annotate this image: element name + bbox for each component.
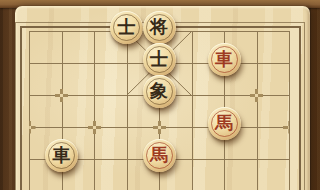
point-marker [153, 121, 166, 134]
grid-cell [29, 31, 62, 63]
black-advisor-piece[interactable]: 士 [110, 11, 143, 44]
point-marker [88, 121, 101, 134]
grid-cell [257, 159, 290, 190]
black-advisor-glyph: 士 [118, 18, 136, 36]
grid-cell [62, 31, 95, 63]
black-chariot-piece[interactable]: 車 [45, 139, 78, 172]
grid-cell [94, 159, 127, 190]
red-horse-piece[interactable]: 馬 [143, 139, 176, 172]
point-marker [250, 89, 263, 102]
red-horse-glyph: 馬 [150, 146, 168, 164]
grid-cell [257, 31, 290, 63]
xiangqi-board: 士将士車象馬車馬 [0, 0, 320, 190]
black-general-piece[interactable]: 将 [143, 11, 176, 44]
black-chariot-glyph: 車 [53, 146, 71, 164]
point-marker [55, 89, 68, 102]
grid-cell [224, 159, 257, 190]
black-advisor-piece[interactable]: 士 [143, 43, 176, 76]
grid-cell [94, 63, 127, 95]
black-elephant-piece[interactable]: 象 [143, 75, 176, 108]
red-chariot-piece[interactable]: 車 [208, 43, 241, 76]
red-chariot-glyph: 車 [215, 50, 233, 68]
black-advisor-glyph: 士 [150, 50, 168, 68]
red-horse-glyph: 馬 [215, 114, 233, 132]
grid-cell [192, 159, 225, 190]
black-general-glyph: 将 [150, 18, 168, 36]
red-horse-piece[interactable]: 馬 [208, 107, 241, 140]
black-elephant-glyph: 象 [150, 82, 168, 100]
